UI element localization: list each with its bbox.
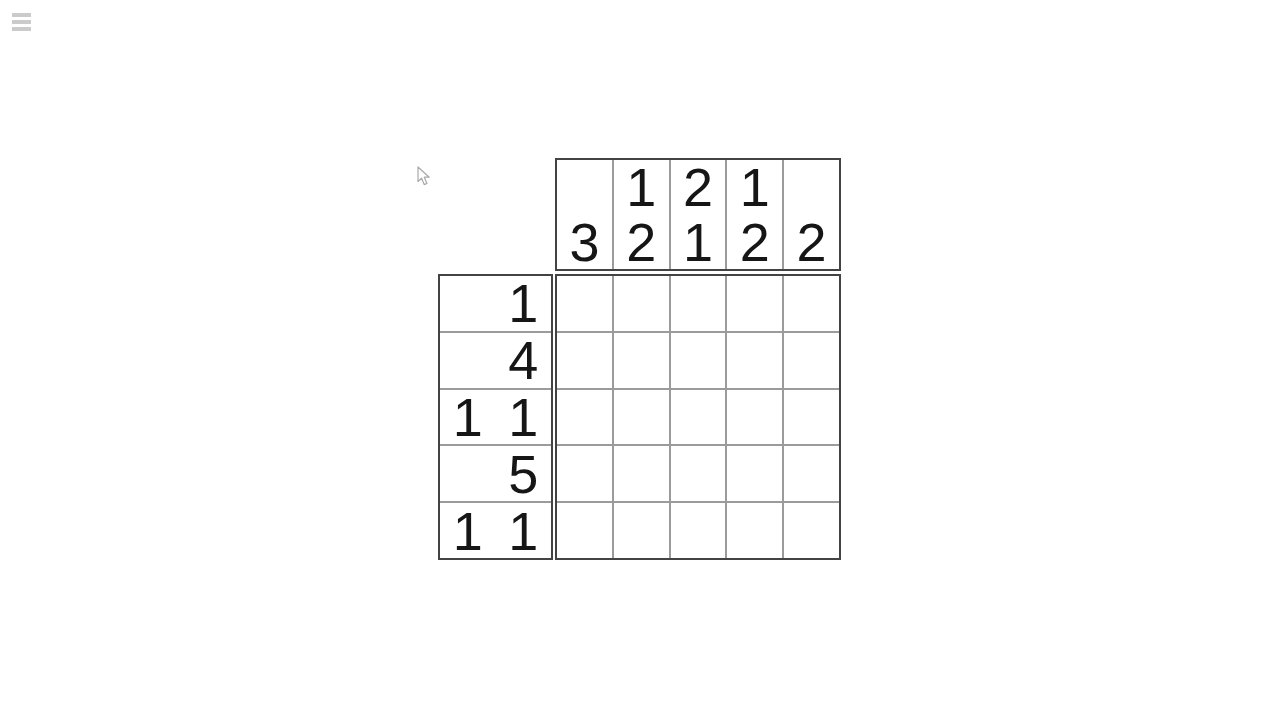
board-cell[interactable] bbox=[614, 276, 669, 331]
board-cell[interactable] bbox=[557, 503, 612, 558]
row-clue-stack: 11 bbox=[440, 390, 551, 445]
column-clue-number: 2 bbox=[784, 215, 839, 270]
column-clue-number: 3 bbox=[557, 215, 612, 270]
hamburger-menu-icon[interactable] bbox=[12, 13, 31, 31]
hamburger-bar bbox=[12, 27, 31, 31]
row-clue-number bbox=[440, 446, 496, 501]
column-clue-number: 1 bbox=[614, 160, 669, 215]
row-clue-stack: 5 bbox=[440, 446, 551, 501]
board-cell[interactable] bbox=[671, 390, 726, 445]
nonogram-row-clues: 1411511 bbox=[438, 274, 553, 560]
board-cell[interactable] bbox=[671, 446, 726, 501]
board-cell[interactable] bbox=[614, 446, 669, 501]
board-cell[interactable] bbox=[557, 276, 612, 331]
board-cell[interactable] bbox=[557, 446, 612, 501]
row-clue-number: 1 bbox=[440, 503, 496, 558]
column-clue-stack: 12 bbox=[614, 160, 669, 269]
row-clue-number: 1 bbox=[440, 390, 496, 445]
board-cell[interactable] bbox=[614, 333, 669, 388]
column-clue-number: 1 bbox=[671, 215, 726, 270]
column-clue-number bbox=[557, 160, 612, 215]
column-clue-stack: 3 bbox=[557, 160, 612, 269]
board-cell[interactable] bbox=[784, 446, 839, 501]
board-cell[interactable] bbox=[614, 390, 669, 445]
board-cell[interactable] bbox=[727, 276, 782, 331]
row-clue-number bbox=[440, 276, 496, 331]
board-cell[interactable] bbox=[784, 390, 839, 445]
board-cell[interactable] bbox=[784, 276, 839, 331]
board-cell[interactable] bbox=[727, 333, 782, 388]
mouse-cursor-icon bbox=[417, 166, 431, 187]
row-clue-number: 1 bbox=[496, 503, 552, 558]
column-clue-number: 2 bbox=[671, 160, 726, 215]
board-cell[interactable] bbox=[784, 503, 839, 558]
row-clue-stack: 11 bbox=[440, 503, 551, 558]
board-cell[interactable] bbox=[671, 276, 726, 331]
nonogram-column-clues: 31221122 bbox=[555, 158, 841, 271]
row-clue-stack: 4 bbox=[440, 333, 551, 388]
board-cell[interactable] bbox=[727, 446, 782, 501]
row-clue-number: 1 bbox=[496, 390, 552, 445]
hamburger-bar bbox=[12, 20, 31, 24]
column-clue-number: 1 bbox=[727, 160, 782, 215]
row-clue-stack: 1 bbox=[440, 276, 551, 331]
board-cell[interactable] bbox=[784, 333, 839, 388]
column-clue-stack: 12 bbox=[727, 160, 782, 269]
column-clue-stack: 21 bbox=[671, 160, 726, 269]
column-clue-number: 2 bbox=[614, 215, 669, 270]
board-cell[interactable] bbox=[727, 390, 782, 445]
board-cell[interactable] bbox=[727, 503, 782, 558]
board-cell[interactable] bbox=[557, 333, 612, 388]
hamburger-bar bbox=[12, 13, 31, 17]
row-clue-number: 1 bbox=[496, 276, 552, 331]
column-clue-number: 2 bbox=[727, 215, 782, 270]
row-clue-number bbox=[440, 333, 496, 388]
row-clue-number: 4 bbox=[496, 333, 552, 388]
board-cell[interactable] bbox=[614, 503, 669, 558]
nonogram-board bbox=[555, 274, 841, 560]
board-cell[interactable] bbox=[671, 333, 726, 388]
row-clue-number: 5 bbox=[496, 446, 552, 501]
board-cell[interactable] bbox=[671, 503, 726, 558]
board-cell[interactable] bbox=[557, 390, 612, 445]
column-clue-stack: 2 bbox=[784, 160, 839, 269]
column-clue-number bbox=[784, 160, 839, 215]
